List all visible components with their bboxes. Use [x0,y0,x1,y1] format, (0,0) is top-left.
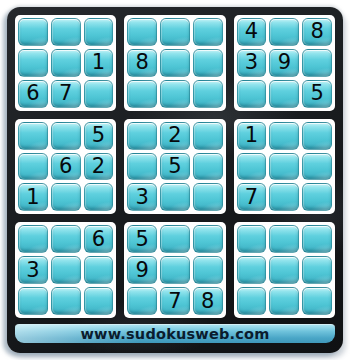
cell-r6c7[interactable]: 7 [237,183,267,211]
given-digit: 9 [278,52,291,73]
cell-r4c9[interactable] [302,122,332,150]
cell-r6c9[interactable] [302,183,332,211]
cell-r6c5[interactable] [160,183,190,211]
cell-r7c6[interactable] [193,225,223,253]
cell-r9c1[interactable] [18,287,48,315]
cell-r8c8[interactable] [269,256,299,284]
cell-r4c8[interactable] [269,122,299,150]
cell-r8c5[interactable] [160,256,190,284]
cell-r5c2[interactable]: 6 [51,153,81,181]
given-digit: 5 [92,125,105,146]
cell-r4c2[interactable] [51,122,81,150]
cell-r1c5[interactable] [160,18,190,46]
cell-r9c2[interactable] [51,287,81,315]
cell-r2c2[interactable] [51,49,81,77]
given-digit: 8 [136,52,149,73]
cell-r7c7[interactable] [237,225,267,253]
cell-r3c2[interactable]: 7 [51,80,81,108]
given-digit: 3 [245,52,258,73]
cell-r8c3[interactable] [84,256,114,284]
cell-r3c8[interactable] [269,80,299,108]
cell-r3c3[interactable] [84,80,114,108]
cell-r2c1[interactable] [18,49,48,77]
cell-r5c1[interactable] [18,153,48,181]
given-digit: 1 [26,187,39,208]
cell-r8c2[interactable] [51,256,81,284]
box-1-2: 8 [124,15,225,111]
given-digit: 1 [245,125,258,146]
footer-bar: www.sudokusweb.com [15,324,335,343]
given-digit: 5 [136,229,149,250]
given-digit: 3 [136,187,149,208]
box-2-1: 5621 [15,119,116,215]
cell-r6c6[interactable] [193,183,223,211]
cell-r9c4[interactable] [127,287,157,315]
given-digit: 1 [92,52,105,73]
cell-r3c5[interactable] [160,80,190,108]
sudoku-board: 167848395562125317635978 [15,15,335,318]
cell-r2c3[interactable]: 1 [84,49,114,77]
cell-r4c7[interactable]: 1 [237,122,267,150]
cell-r2c5[interactable] [160,49,190,77]
cell-r2c6[interactable] [193,49,223,77]
cell-r9c5[interactable]: 7 [160,287,190,315]
cell-r8c9[interactable] [302,256,332,284]
cell-r8c6[interactable] [193,256,223,284]
cell-r7c2[interactable] [51,225,81,253]
sudoku-board-frame: 167848395562125317635978 www.sudokusweb.… [7,7,343,353]
cell-r2c4[interactable]: 8 [127,49,157,77]
cell-r5c3[interactable]: 2 [84,153,114,181]
cell-r4c1[interactable] [18,122,48,150]
cell-r1c9[interactable]: 8 [302,18,332,46]
given-digit: 2 [168,125,181,146]
cell-r5c9[interactable] [302,153,332,181]
given-digit: 4 [245,21,258,42]
box-2-2: 253 [124,119,225,215]
given-digit: 8 [310,21,323,42]
given-digit: 2 [92,156,105,177]
cell-r6c8[interactable] [269,183,299,211]
cell-r7c1[interactable] [18,225,48,253]
cell-r4c4[interactable] [127,122,157,150]
cell-r3c6[interactable] [193,80,223,108]
cell-r4c6[interactable] [193,122,223,150]
cell-r9c6[interactable]: 8 [193,287,223,315]
given-digit: 5 [168,156,181,177]
cell-r5c4[interactable] [127,153,157,181]
cell-r8c1[interactable]: 3 [18,256,48,284]
cell-r1c2[interactable] [51,18,81,46]
cell-r7c4[interactable]: 5 [127,225,157,253]
cell-r5c8[interactable] [269,153,299,181]
box-1-1: 167 [15,15,116,111]
given-digit: 5 [310,83,323,104]
cell-r9c8[interactable] [269,287,299,315]
box-1-3: 48395 [234,15,335,111]
given-digit: 6 [59,156,72,177]
cell-r6c3[interactable] [84,183,114,211]
cell-r8c7[interactable] [237,256,267,284]
given-digit: 7 [59,83,72,104]
cell-r7c5[interactable] [160,225,190,253]
cell-r3c1[interactable]: 6 [18,80,48,108]
cell-r2c7[interactable]: 3 [237,49,267,77]
cell-r3c9[interactable]: 5 [302,80,332,108]
cell-r8c4[interactable]: 9 [127,256,157,284]
cell-r2c9[interactable] [302,49,332,77]
site-url-label: www.sudokusweb.com [80,326,269,342]
cell-r9c7[interactable] [237,287,267,315]
given-digit: 8 [201,291,214,312]
given-digit: 6 [26,83,39,104]
cell-r4c5[interactable]: 2 [160,122,190,150]
cell-r1c7[interactable]: 4 [237,18,267,46]
box-2-3: 17 [234,119,335,215]
cell-r9c9[interactable] [302,287,332,315]
box-3-1: 63 [15,222,116,318]
cell-r5c5[interactable]: 5 [160,153,190,181]
cell-r1c3[interactable] [84,18,114,46]
given-digit: 3 [26,260,39,281]
box-3-2: 5978 [124,222,225,318]
cell-r6c2[interactable] [51,183,81,211]
cell-r7c3[interactable]: 6 [84,225,114,253]
cell-r1c4[interactable] [127,18,157,46]
cell-r3c7[interactable] [237,80,267,108]
cell-r4c3[interactable]: 5 [84,122,114,150]
given-digit: 6 [92,229,105,250]
cell-r1c8[interactable] [269,18,299,46]
cell-r7c8[interactable] [269,225,299,253]
cell-r1c1[interactable] [18,18,48,46]
cell-r2c8[interactable]: 9 [269,49,299,77]
cell-r5c6[interactable] [193,153,223,181]
given-digit: 7 [245,187,258,208]
cell-r9c3[interactable] [84,287,114,315]
cell-r7c9[interactable] [302,225,332,253]
box-3-3 [234,222,335,318]
cell-r6c1[interactable]: 1 [18,183,48,211]
cell-r3c4[interactable] [127,80,157,108]
cell-r1c6[interactable] [193,18,223,46]
cell-r6c4[interactable]: 3 [127,183,157,211]
given-digit: 9 [136,260,149,281]
cell-r5c7[interactable] [237,153,267,181]
given-digit: 7 [168,291,181,312]
